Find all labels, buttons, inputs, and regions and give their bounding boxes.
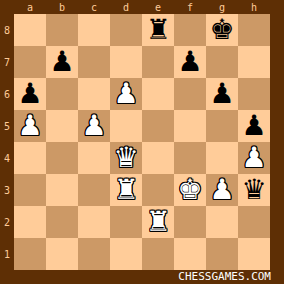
- file-label-c: c: [78, 0, 110, 14]
- square-f3[interactable]: ♚: [174, 174, 206, 206]
- square-b5[interactable]: [46, 110, 78, 142]
- square-e6[interactable]: [142, 78, 174, 110]
- square-h3[interactable]: ♛: [238, 174, 270, 206]
- square-h2[interactable]: [238, 206, 270, 238]
- rank-label-7: 7: [0, 46, 14, 78]
- square-c8[interactable]: [78, 14, 110, 46]
- rank-label-6: 6: [0, 78, 14, 110]
- square-a4[interactable]: [14, 142, 46, 174]
- square-e1[interactable]: [142, 238, 174, 270]
- file-label-a: a: [14, 0, 46, 14]
- square-e4[interactable]: [142, 142, 174, 174]
- square-h7[interactable]: [238, 46, 270, 78]
- piece-white-pawn[interactable]: ♟: [238, 142, 270, 174]
- square-h6[interactable]: [238, 78, 270, 110]
- rank-labels: 87654321: [0, 14, 14, 270]
- square-a8[interactable]: [14, 14, 46, 46]
- piece-white-rook[interactable]: ♜: [110, 174, 142, 206]
- square-e8[interactable]: ♜: [142, 14, 174, 46]
- piece-black-pawn[interactable]: ♟: [46, 46, 78, 78]
- square-c6[interactable]: [78, 78, 110, 110]
- square-b7[interactable]: ♟: [46, 46, 78, 78]
- square-d2[interactable]: [110, 206, 142, 238]
- file-label-f: f: [174, 0, 206, 14]
- rank-label-4: 4: [0, 142, 14, 174]
- square-b3[interactable]: [46, 174, 78, 206]
- square-f2[interactable]: [174, 206, 206, 238]
- square-a2[interactable]: [14, 206, 46, 238]
- square-h8[interactable]: [238, 14, 270, 46]
- square-c7[interactable]: [78, 46, 110, 78]
- square-a3[interactable]: [14, 174, 46, 206]
- square-e7[interactable]: [142, 46, 174, 78]
- square-g2[interactable]: [206, 206, 238, 238]
- piece-white-pawn[interactable]: ♟: [110, 78, 142, 110]
- square-d8[interactable]: [110, 14, 142, 46]
- square-e2[interactable]: ♜: [142, 206, 174, 238]
- square-f1[interactable]: [174, 238, 206, 270]
- rank-label-5: 5: [0, 110, 14, 142]
- square-d7[interactable]: [110, 46, 142, 78]
- square-h1[interactable]: [238, 238, 270, 270]
- square-d1[interactable]: [110, 238, 142, 270]
- square-g1[interactable]: [206, 238, 238, 270]
- piece-black-pawn[interactable]: ♟: [206, 78, 238, 110]
- square-g3[interactable]: ♟: [206, 174, 238, 206]
- rank-label-3: 3: [0, 174, 14, 206]
- piece-white-pawn[interactable]: ♟: [78, 110, 110, 142]
- chess-board: ♜♚♟♟♟♟♟♟♟♟♛♟♜♚♟♛♜: [14, 14, 270, 270]
- square-b2[interactable]: [46, 206, 78, 238]
- square-c3[interactable]: [78, 174, 110, 206]
- piece-black-rook[interactable]: ♜: [142, 14, 174, 46]
- file-label-d: d: [110, 0, 142, 14]
- square-c4[interactable]: [78, 142, 110, 174]
- square-f7[interactable]: ♟: [174, 46, 206, 78]
- square-g6[interactable]: ♟: [206, 78, 238, 110]
- square-h4[interactable]: ♟: [238, 142, 270, 174]
- square-e3[interactable]: [142, 174, 174, 206]
- square-a6[interactable]: ♟: [14, 78, 46, 110]
- square-d3[interactable]: ♜: [110, 174, 142, 206]
- piece-white-queen[interactable]: ♛: [110, 142, 142, 174]
- square-c2[interactable]: [78, 206, 110, 238]
- square-b4[interactable]: [46, 142, 78, 174]
- square-g4[interactable]: [206, 142, 238, 174]
- chess-board-frame: abcdefgh 87654321 ♜♚♟♟♟♟♟♟♟♟♛♟♜♚♟♛♜ CHES…: [0, 0, 284, 284]
- square-a1[interactable]: [14, 238, 46, 270]
- piece-white-pawn[interactable]: ♟: [206, 174, 238, 206]
- square-c5[interactable]: ♟: [78, 110, 110, 142]
- square-a7[interactable]: [14, 46, 46, 78]
- file-label-g: g: [206, 0, 238, 14]
- piece-white-pawn[interactable]: ♟: [14, 110, 46, 142]
- square-f6[interactable]: [174, 78, 206, 110]
- square-d6[interactable]: ♟: [110, 78, 142, 110]
- file-label-h: h: [238, 0, 270, 14]
- rank-label-1: 1: [0, 238, 14, 270]
- square-b6[interactable]: [46, 78, 78, 110]
- piece-black-pawn[interactable]: ♟: [174, 46, 206, 78]
- piece-black-queen[interactable]: ♛: [238, 174, 270, 206]
- square-g7[interactable]: [206, 46, 238, 78]
- square-g8[interactable]: ♚: [206, 14, 238, 46]
- piece-black-king[interactable]: ♚: [206, 14, 238, 46]
- square-f4[interactable]: [174, 142, 206, 174]
- file-labels: abcdefgh: [14, 0, 270, 14]
- rank-label-2: 2: [0, 206, 14, 238]
- square-e5[interactable]: [142, 110, 174, 142]
- piece-white-king[interactable]: ♚: [174, 174, 206, 206]
- square-b1[interactable]: [46, 238, 78, 270]
- file-label-e: e: [142, 0, 174, 14]
- site-branding: CHESSGAMES.COM: [178, 270, 271, 283]
- file-label-b: b: [46, 0, 78, 14]
- square-g5[interactable]: [206, 110, 238, 142]
- square-d4[interactable]: ♛: [110, 142, 142, 174]
- square-f5[interactable]: [174, 110, 206, 142]
- square-a5[interactable]: ♟: [14, 110, 46, 142]
- square-d5[interactable]: [110, 110, 142, 142]
- piece-black-pawn[interactable]: ♟: [14, 78, 46, 110]
- piece-white-rook[interactable]: ♜: [142, 206, 174, 238]
- rank-label-8: 8: [0, 14, 14, 46]
- square-f8[interactable]: [174, 14, 206, 46]
- piece-black-pawn[interactable]: ♟: [238, 110, 270, 142]
- square-h5[interactable]: ♟: [238, 110, 270, 142]
- square-c1[interactable]: [78, 238, 110, 270]
- square-b8[interactable]: [46, 14, 78, 46]
